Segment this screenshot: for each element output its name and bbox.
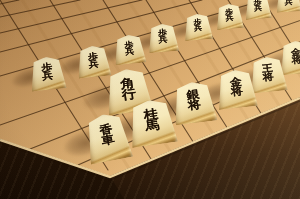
piece-pawn-2g[interactable]: 歩兵: [275, 0, 300, 12]
piece-kanji: 歩兵: [193, 19, 202, 32]
piece-pawn-3g[interactable]: 歩兵: [244, 0, 272, 20]
piece-kanji: 王将: [261, 63, 274, 81]
piece-kanji: 歩兵: [40, 62, 53, 80]
piece-kanji: 角行: [119, 77, 136, 101]
piece-kanji: 香車: [98, 124, 115, 147]
piece-kanji: 歩兵: [158, 29, 168, 44]
piece-kanji: 歩兵: [253, 0, 262, 12]
piece-kanji: 金将: [290, 47, 300, 64]
piece-kanji: 歩兵: [224, 8, 233, 21]
piece-kanji: 金将: [229, 77, 243, 97]
piece-kanji: 桂馬: [143, 108, 160, 132]
shogi-board-photo: 歩兵歩兵歩兵歩兵歩兵歩兵歩兵歩兵角行金将王将金将銀将桂馬香車: [0, 0, 300, 199]
piece-kanji: 銀将: [186, 89, 201, 111]
piece-kanji: 歩兵: [283, 0, 292, 5]
piece-kanji: 歩兵: [124, 40, 134, 55]
piece-kanji: 歩兵: [87, 51, 99, 68]
